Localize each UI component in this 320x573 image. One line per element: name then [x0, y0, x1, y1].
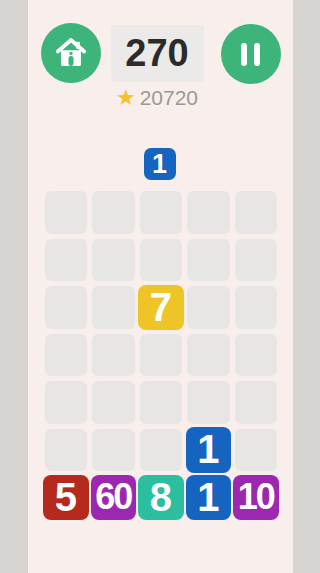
score-value: 270 — [125, 32, 188, 75]
board-cell-r2c5 — [235, 239, 278, 282]
tile-7-r3c3[interactable]: 7 — [138, 285, 184, 331]
falling-tile-1[interactable]: 1 — [144, 148, 176, 180]
board-cell-r6c4: 1 — [187, 429, 230, 472]
board-cell-r1c4 — [187, 191, 230, 234]
board-cell-r4c4 — [187, 334, 230, 377]
board-cell-r7c1: 5 — [45, 476, 88, 519]
board-cell-r1c1 — [45, 191, 88, 234]
game-screen: 270 ★ 20720 1 715608110 — [28, 0, 293, 573]
board-cell-r7c3: 8 — [140, 476, 183, 519]
board-cell-r3c4 — [187, 286, 230, 329]
tile-5-r7c1[interactable]: 5 — [43, 475, 89, 521]
tile-60-r7c2[interactable]: 60 — [91, 475, 137, 521]
board-cell-r6c3 — [140, 429, 183, 472]
board-cell-r4c1 — [45, 334, 88, 377]
board-cell-r2c4 — [187, 239, 230, 282]
board-cell-r7c2: 60 — [92, 476, 135, 519]
board-grid: 715608110 — [45, 191, 278, 519]
board-cell-r3c3: 7 — [140, 286, 183, 329]
home-button[interactable] — [41, 23, 101, 83]
board-cell-r2c1 — [45, 239, 88, 282]
pause-button[interactable] — [221, 24, 281, 84]
board-cell-r6c2 — [92, 429, 135, 472]
board-cell-r6c1 — [45, 429, 88, 472]
star-count: 20720 — [140, 86, 198, 110]
pause-icon — [241, 43, 260, 66]
board-cell-r7c4: 1 — [187, 476, 230, 519]
falling-tile-value: 1 — [152, 149, 167, 180]
star-icon: ★ — [116, 87, 136, 109]
tile-1-r6c4[interactable]: 1 — [186, 427, 232, 473]
board-cell-r1c2 — [92, 191, 135, 234]
board-cell-r5c3 — [140, 381, 183, 424]
board-cell-r4c5 — [235, 334, 278, 377]
board-cell-r5c4 — [187, 381, 230, 424]
tile-8-r7c3[interactable]: 8 — [138, 475, 184, 521]
board-cell-r3c1 — [45, 286, 88, 329]
board-cell-r4c3 — [140, 334, 183, 377]
board-cell-r1c5 — [235, 191, 278, 234]
board-cell-r3c2 — [92, 286, 135, 329]
tile-10-r7c5[interactable]: 10 — [233, 475, 279, 521]
score-box: 270 — [111, 25, 204, 82]
tile-1-r7c4[interactable]: 1 — [186, 475, 232, 521]
board-cell-r1c3 — [140, 191, 183, 234]
board-cell-r2c2 — [92, 239, 135, 282]
board-cell-r3c5 — [235, 286, 278, 329]
board-cell-r5c5 — [235, 381, 278, 424]
board-cell-r5c1 — [45, 381, 88, 424]
home-icon — [53, 35, 89, 71]
board-cell-r6c5 — [235, 429, 278, 472]
board-cell-r2c3 — [140, 239, 183, 282]
board-cell-r5c2 — [92, 381, 135, 424]
star-score-row: ★ 20720 — [111, 86, 204, 110]
board-cell-r4c2 — [92, 334, 135, 377]
board-cell-r7c5: 10 — [235, 476, 278, 519]
